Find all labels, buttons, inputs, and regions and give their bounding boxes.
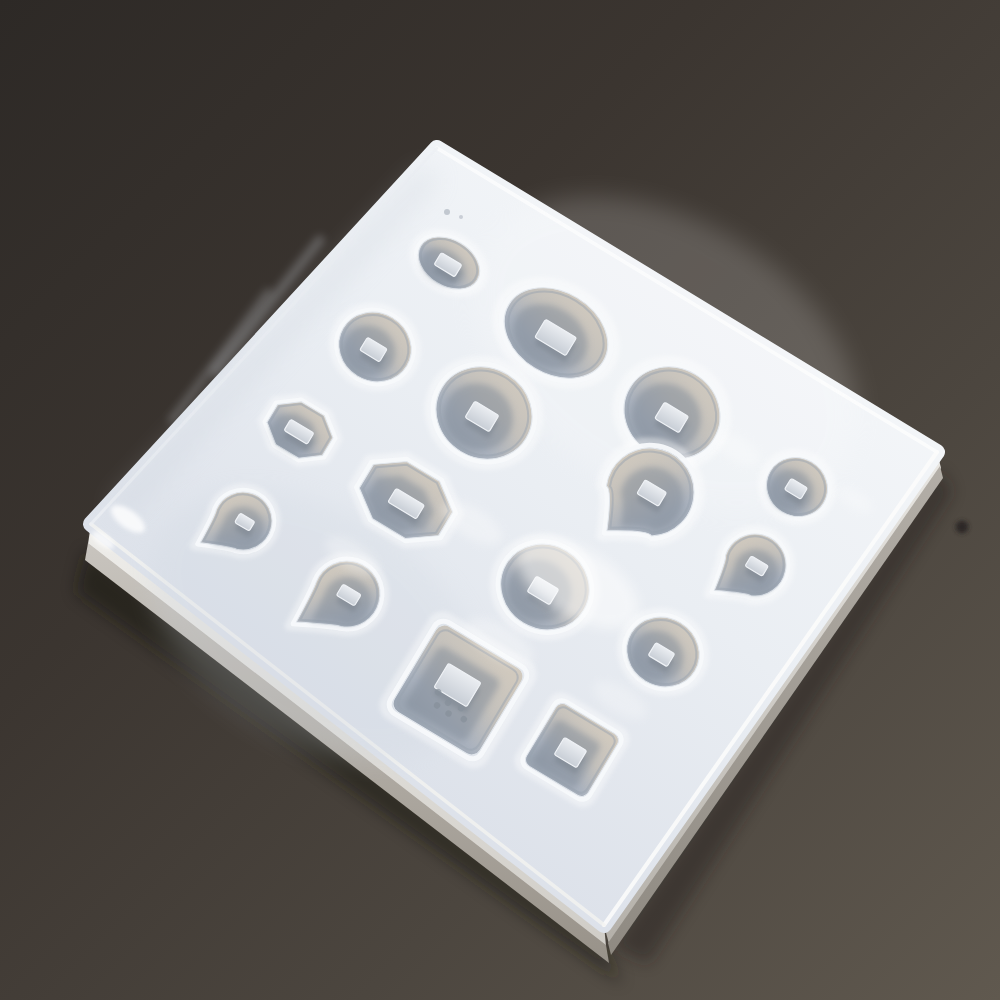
- surface-dimple: [459, 215, 463, 219]
- silicone-mold-photo: [0, 0, 1000, 1000]
- backdrop-speck: [956, 521, 969, 534]
- surface-dimple: [444, 209, 450, 215]
- screenshot-photo: [0, 0, 1000, 1000]
